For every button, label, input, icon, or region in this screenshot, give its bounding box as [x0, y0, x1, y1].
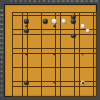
column-label: 11	[57, 0, 60, 2]
column-label: 13	[66, 0, 69, 2]
row-label: 12	[0, 43, 3, 45]
row-label: 19	[0, 10, 3, 12]
row-label: 15	[0, 29, 3, 31]
row-label: 8	[1, 62, 3, 64]
row-label: 2	[1, 90, 3, 92]
row-label: 13	[0, 38, 3, 40]
row-label: 6	[1, 71, 3, 73]
column-label: 5	[29, 0, 31, 2]
star-point	[54, 25, 56, 27]
column-label: 6	[34, 0, 36, 2]
last-move-marker	[82, 82, 84, 84]
star-point	[82, 54, 84, 56]
row-label: 14	[0, 33, 3, 35]
column-label: 17	[85, 0, 88, 2]
column-label: 9	[48, 0, 50, 2]
star-point	[25, 54, 27, 56]
white-stone-R15	[85, 29, 90, 34]
row-label: 9	[1, 57, 3, 59]
row-label: 16	[0, 24, 3, 26]
white-stone-Q16	[81, 24, 86, 29]
column-label: 19	[94, 0, 97, 2]
black-stone-D4	[24, 81, 29, 86]
black-stone-O17	[71, 19, 76, 24]
row-label: 11	[0, 48, 3, 50]
column-label: 1	[10, 0, 12, 2]
black-stone-H17	[43, 19, 48, 24]
column-label: 12	[61, 0, 64, 2]
star-point	[25, 25, 27, 27]
black-stone-D17	[24, 19, 29, 24]
row-label: 3	[1, 85, 3, 87]
column-label: 3	[20, 0, 22, 2]
row-label: 18	[0, 15, 3, 17]
row-label: 5	[1, 76, 3, 78]
column-label: 14	[71, 0, 74, 2]
row-label: 4	[1, 81, 3, 83]
black-stone-O14	[71, 33, 76, 38]
go-board[interactable]	[4, 4, 97, 97]
column-label: 15	[76, 0, 79, 2]
column-label: 10	[52, 0, 55, 2]
black-stone-D15	[24, 29, 29, 34]
row-label: 1	[1, 95, 3, 97]
row-label: 10	[0, 52, 3, 54]
go-app-window: 12345678910111213141516171819 1918171615…	[0, 0, 100, 100]
row-label: 7	[1, 66, 3, 68]
column-label: 2	[15, 0, 17, 2]
row-label: 17	[0, 19, 3, 21]
white-stone-K17	[52, 19, 57, 24]
column-label: 16	[80, 0, 83, 2]
column-label: 18	[90, 0, 93, 2]
star-point	[54, 82, 56, 84]
column-label: 4	[24, 0, 26, 2]
column-label: 7	[39, 0, 41, 2]
white-stone-Q4	[81, 81, 86, 86]
star-point	[54, 54, 56, 56]
white-stone-M17	[62, 19, 67, 24]
column-label: 8	[43, 0, 45, 2]
